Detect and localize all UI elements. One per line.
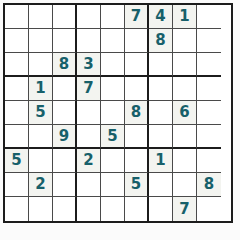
cell-r5c6[interactable]: 8	[125, 101, 149, 125]
cell-r3c5[interactable]	[101, 53, 125, 77]
cell-r8c7[interactable]	[149, 173, 173, 197]
cell-r2c5[interactable]	[101, 29, 125, 53]
cell-r7c6[interactable]	[125, 149, 149, 173]
cell-r6c6[interactable]	[125, 125, 149, 149]
cell-r5c7[interactable]	[149, 101, 173, 125]
cell-r4c6[interactable]	[125, 77, 149, 101]
cell-r9c3[interactable]	[53, 197, 77, 221]
cell-r9c2[interactable]	[29, 197, 53, 221]
cell-r5c1[interactable]	[5, 101, 29, 125]
cell-r9c1[interactable]	[5, 197, 29, 221]
cell-r4c1[interactable]	[5, 77, 29, 101]
cell-r6c9[interactable]	[197, 125, 221, 149]
cell-r7c8[interactable]	[173, 149, 197, 173]
cell-r3c6[interactable]	[125, 53, 149, 77]
cell-r3c1[interactable]	[5, 53, 29, 77]
cell-r4c5[interactable]	[101, 77, 125, 101]
cell-r9c6[interactable]	[125, 197, 149, 221]
cell-r7c7[interactable]: 1	[149, 149, 173, 173]
cell-r5c4[interactable]	[77, 101, 101, 125]
cell-r2c9[interactable]	[197, 29, 221, 53]
cell-r3c8[interactable]	[173, 53, 197, 77]
cell-r8c4[interactable]	[77, 173, 101, 197]
cell-r9c5[interactable]	[101, 197, 125, 221]
cell-r7c1[interactable]: 5	[5, 149, 29, 173]
cell-r4c9[interactable]	[197, 77, 221, 101]
cell-r2c1[interactable]	[5, 29, 29, 53]
cell-r1c7[interactable]: 4	[149, 5, 173, 29]
cell-r3c4[interactable]: 3	[77, 53, 101, 77]
cell-r5c9[interactable]	[197, 101, 221, 125]
cell-r1c3[interactable]	[53, 5, 77, 29]
cell-r2c6[interactable]	[125, 29, 149, 53]
cell-r9c9[interactable]	[197, 197, 221, 221]
cell-r4c3[interactable]	[53, 77, 77, 101]
cell-r1c9[interactable]	[197, 5, 221, 29]
cell-r5c2[interactable]: 5	[29, 101, 53, 125]
cell-r1c8[interactable]: 1	[173, 5, 197, 29]
cell-r4c7[interactable]	[149, 77, 173, 101]
cell-r1c6[interactable]: 7	[125, 5, 149, 29]
cell-r5c8[interactable]: 6	[173, 101, 197, 125]
cell-r1c2[interactable]	[29, 5, 53, 29]
cell-r8c8[interactable]	[173, 173, 197, 197]
cell-r3c3[interactable]: 8	[53, 53, 77, 77]
cell-r8c6[interactable]: 5	[125, 173, 149, 197]
cell-r6c3[interactable]: 9	[53, 125, 77, 149]
cell-r3c9[interactable]	[197, 53, 221, 77]
cell-r6c7[interactable]	[149, 125, 173, 149]
cell-r6c4[interactable]	[77, 125, 101, 149]
cell-r2c8[interactable]	[173, 29, 197, 53]
cell-r7c2[interactable]	[29, 149, 53, 173]
cell-r7c5[interactable]	[101, 149, 125, 173]
cell-r9c8[interactable]: 7	[173, 197, 197, 221]
cell-r2c4[interactable]	[77, 29, 101, 53]
cell-r1c1[interactable]	[5, 5, 29, 29]
cell-r2c3[interactable]	[53, 29, 77, 53]
cell-r8c1[interactable]	[5, 173, 29, 197]
cell-r4c4[interactable]: 7	[77, 77, 101, 101]
cell-r8c3[interactable]	[53, 173, 77, 197]
cell-r2c2[interactable]	[29, 29, 53, 53]
board-wrapper: 74188317586955212587	[0, 0, 240, 223]
cell-r9c7[interactable]	[149, 197, 173, 221]
cell-r7c9[interactable]	[197, 149, 221, 173]
cell-r3c7[interactable]	[149, 53, 173, 77]
cell-r3c2[interactable]	[29, 53, 53, 77]
cell-r5c5[interactable]	[101, 101, 125, 125]
cell-r8c9[interactable]: 8	[197, 173, 221, 197]
cell-r7c4[interactable]: 2	[77, 149, 101, 173]
cell-r6c8[interactable]	[173, 125, 197, 149]
cell-r6c1[interactable]	[5, 125, 29, 149]
cell-r1c5[interactable]	[101, 5, 125, 29]
sudoku-board: 74188317586955212587	[3, 3, 233, 223]
cell-r8c2[interactable]: 2	[29, 173, 53, 197]
cell-r2c7[interactable]: 8	[149, 29, 173, 53]
cell-r6c5[interactable]: 5	[101, 125, 125, 149]
cell-r8c5[interactable]	[101, 173, 125, 197]
cell-r7c3[interactable]	[53, 149, 77, 173]
cell-r5c3[interactable]	[53, 101, 77, 125]
cell-r6c2[interactable]	[29, 125, 53, 149]
cell-r9c4[interactable]	[77, 197, 101, 221]
cell-r4c8[interactable]	[173, 77, 197, 101]
cell-r1c4[interactable]	[77, 5, 101, 29]
cell-r4c2[interactable]: 1	[29, 77, 53, 101]
